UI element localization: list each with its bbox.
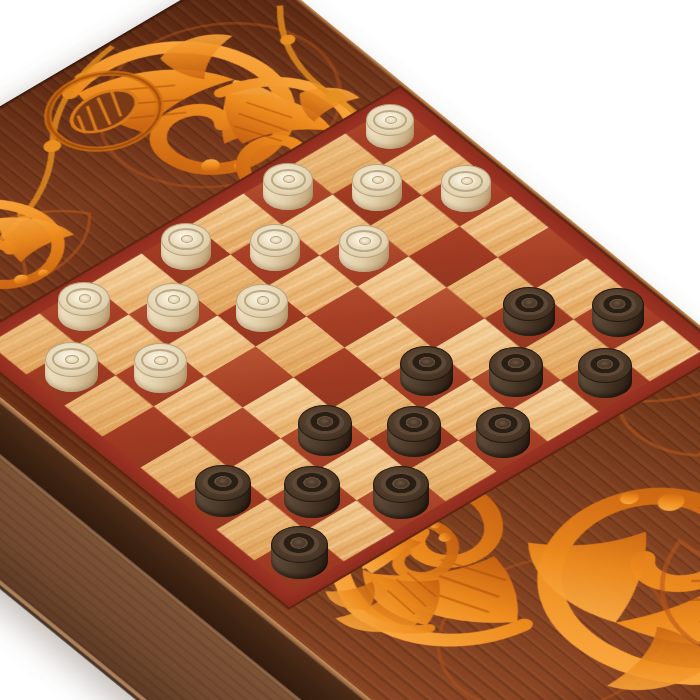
piece-top-face xyxy=(503,287,555,321)
piece-top-face xyxy=(373,466,429,503)
checker-piece-black[interactable] xyxy=(373,466,429,518)
piece-center-dot xyxy=(319,418,331,425)
piece-top-face xyxy=(352,164,401,197)
checker-piece-white[interactable] xyxy=(161,223,212,271)
piece-top-face xyxy=(250,224,301,257)
checker-piece-white[interactable] xyxy=(250,224,301,272)
piece-top-face xyxy=(161,223,212,256)
checker-piece-black[interactable] xyxy=(503,287,555,336)
piece-top-face xyxy=(578,348,631,383)
piece-top-face xyxy=(195,465,251,502)
piece-top-face xyxy=(298,405,352,441)
checker-piece-black[interactable] xyxy=(284,466,340,518)
checker-piece-white[interactable] xyxy=(339,225,390,273)
checker-piece-white[interactable] xyxy=(147,283,199,332)
piece-top-face xyxy=(236,284,288,318)
piece-center-dot xyxy=(408,419,420,426)
checker-piece-black[interactable] xyxy=(400,346,453,396)
checker-piece-black[interactable] xyxy=(592,288,644,337)
piece-center-dot xyxy=(65,355,78,364)
piece-center-dot xyxy=(395,480,407,487)
checker-piece-black[interactable] xyxy=(476,407,530,458)
piece-center-dot xyxy=(79,294,92,302)
piece-top-face xyxy=(441,165,490,198)
piece-top-face xyxy=(366,104,414,136)
piece-top-face xyxy=(147,283,199,317)
piece-top-face xyxy=(339,225,390,258)
piece-top-face xyxy=(263,163,312,196)
checker-piece-black[interactable] xyxy=(271,526,328,580)
piece-center-dot xyxy=(524,299,535,305)
checker-piece-black[interactable] xyxy=(298,405,352,456)
photo-backdrop: { "game": "checkers", "variant": "Russia… xyxy=(0,0,700,700)
piece-top-face xyxy=(134,343,187,378)
piece-top-face xyxy=(58,282,110,316)
checker-piece-black[interactable] xyxy=(195,465,251,517)
checker-piece-white[interactable] xyxy=(58,282,110,331)
checker-piece-white[interactable] xyxy=(236,284,288,333)
checker-piece-white[interactable] xyxy=(352,164,401,210)
checker-piece-white[interactable] xyxy=(441,165,490,211)
checker-piece-white[interactable] xyxy=(45,342,98,392)
checker-piece-black[interactable] xyxy=(489,347,542,397)
piece-top-face xyxy=(592,288,644,322)
piece-top-face xyxy=(489,347,542,382)
piece-center-dot xyxy=(497,420,509,427)
piece-top-face xyxy=(387,406,441,442)
piece-center-dot xyxy=(217,478,229,485)
piece-top-face xyxy=(271,526,328,563)
piece-top-face xyxy=(45,342,98,377)
checker-piece-white[interactable] xyxy=(366,104,414,149)
piece-center-dot xyxy=(257,296,270,304)
checker-piece-black[interactable] xyxy=(578,348,631,398)
piece-top-face xyxy=(284,466,340,503)
piece-center-dot xyxy=(385,116,397,124)
piece-center-dot xyxy=(168,295,181,303)
piece-center-dot xyxy=(154,356,167,365)
checker-piece-white[interactable] xyxy=(134,343,187,393)
piece-top-face xyxy=(476,407,530,443)
piece-center-dot xyxy=(306,479,318,486)
checker-piece-black[interactable] xyxy=(387,406,441,457)
checker-piece-white[interactable] xyxy=(263,163,312,209)
